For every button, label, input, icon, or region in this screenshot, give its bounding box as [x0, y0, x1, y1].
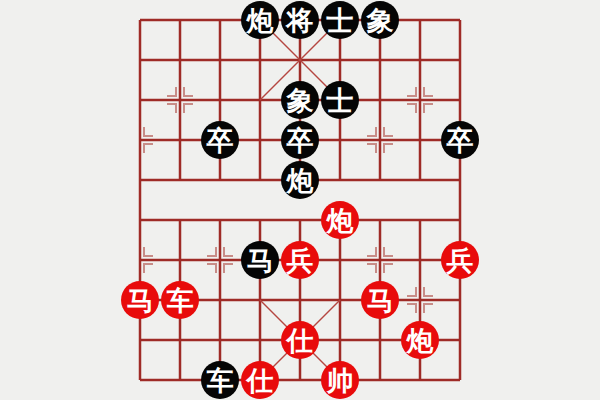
red-general[interactable]: 帅 — [321, 361, 359, 399]
black-chariot[interactable]: 车 — [201, 361, 239, 399]
red-cannon[interactable]: 炮 — [321, 201, 359, 239]
black-soldier[interactable]: 卒 — [281, 121, 319, 159]
black-advisor[interactable]: 士 — [321, 81, 359, 119]
xiangqi-board: 炮将士象象士卒卒卒炮炮马兵兵马车马仕炮车仕帅 — [120, 0, 480, 400]
black-general[interactable]: 将 — [281, 1, 319, 39]
black-cannon[interactable]: 炮 — [281, 161, 319, 199]
xiangqi-app: 炮将士象象士卒卒卒炮炮马兵兵马车马仕炮车仕帅 — [0, 0, 600, 400]
red-advisor[interactable]: 仕 — [241, 361, 279, 399]
red-soldier[interactable]: 兵 — [441, 241, 479, 279]
black-soldier[interactable]: 卒 — [441, 121, 479, 159]
black-cannon[interactable]: 炮 — [241, 1, 279, 39]
pieces-layer: 炮将士象象士卒卒卒炮炮马兵兵马车马仕炮车仕帅 — [120, 0, 480, 400]
black-advisor[interactable]: 士 — [321, 1, 359, 39]
red-soldier[interactable]: 兵 — [281, 241, 319, 279]
black-horse[interactable]: 马 — [241, 241, 279, 279]
black-soldier[interactable]: 卒 — [201, 121, 239, 159]
red-horse[interactable]: 马 — [121, 281, 159, 319]
red-chariot[interactable]: 车 — [161, 281, 199, 319]
red-cannon[interactable]: 炮 — [401, 321, 439, 359]
black-elephant[interactable]: 象 — [281, 81, 319, 119]
black-elephant[interactable]: 象 — [361, 1, 399, 39]
red-advisor[interactable]: 仕 — [281, 321, 319, 359]
red-horse[interactable]: 马 — [361, 281, 399, 319]
